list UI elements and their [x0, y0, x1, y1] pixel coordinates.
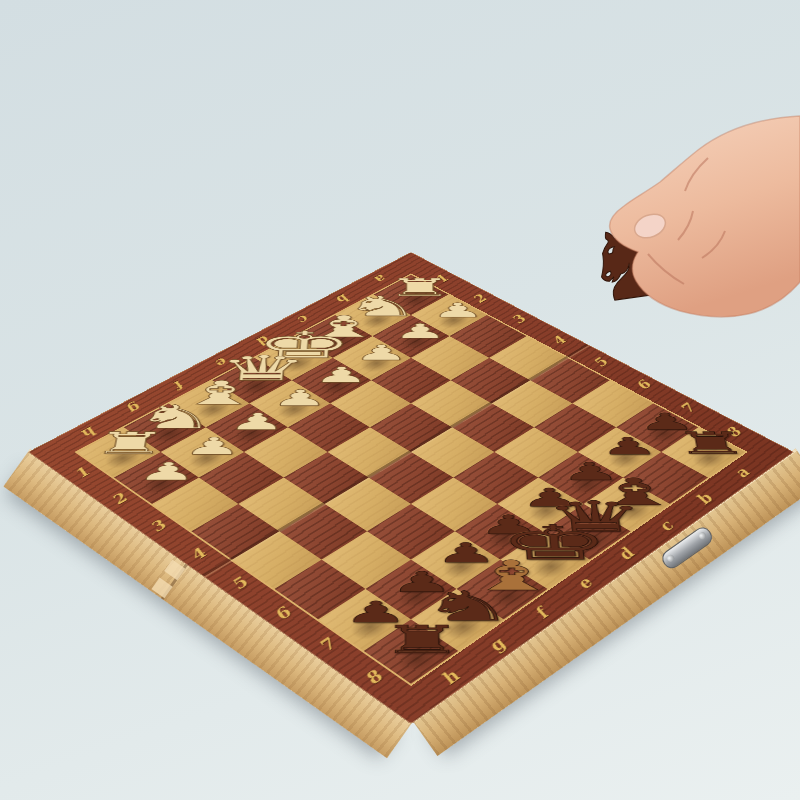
- rank-label-sw-2: 2: [106, 491, 131, 507]
- piece-glyph: ♟: [392, 321, 447, 341]
- rank-label-sw-4: 4: [184, 546, 210, 563]
- piece-glyph: ♟: [135, 460, 199, 485]
- piece-glyph: ♟: [353, 343, 409, 364]
- piece-glyph: ♟: [431, 301, 485, 321]
- piece-glyph: ♟: [226, 411, 286, 434]
- rank-label-ne-6: 6: [630, 378, 654, 392]
- chess-board: 1234567812345678hgfedcbahgfedcba ♜♞♟♝♟♚♟…: [28, 252, 795, 724]
- held-black-knight[interactable]: ♞: [576, 199, 681, 327]
- file-label-se-g: g: [482, 635, 510, 654]
- piece-glyph: ♟: [270, 387, 329, 409]
- file-label-se-f: f: [528, 606, 552, 622]
- rank-label-ne-4: 4: [546, 334, 569, 347]
- thumb-nail: [631, 210, 669, 242]
- skin-creases: [648, 158, 725, 284]
- piece-glyph: ♟: [181, 435, 243, 459]
- rank-label-sw-5: 5: [225, 574, 252, 592]
- file-label-se-a: a: [728, 465, 754, 480]
- piece-glyph: ♟: [312, 365, 369, 387]
- rank-label-sw-3: 3: [144, 518, 169, 535]
- file-label-se-b: b: [690, 491, 716, 507]
- rank-label-sw-7: 7: [312, 635, 340, 654]
- scene: 1234567812345678hgfedcbahgfedcba ♜♞♟♝♟♚♟…: [0, 0, 800, 800]
- rank-label-sw-1: 1: [69, 465, 93, 480]
- file-label-se-d: d: [611, 545, 638, 562]
- piece-glyph: ♜: [379, 621, 465, 659]
- rank-label-sw-8: 8: [358, 667, 387, 687]
- piece-glyph: ♟: [597, 435, 659, 459]
- file-label-se-e: e: [570, 575, 597, 592]
- piece-glyph: ♜: [89, 428, 170, 458]
- clasp-screw: [698, 531, 708, 541]
- piece-glyph: ♜: [671, 428, 752, 458]
- file-label-se-h: h: [435, 667, 464, 687]
- fold-notch: [164, 559, 185, 580]
- rank-label-ne-5: 5: [588, 356, 612, 369]
- rank-label-sw-6: 6: [268, 604, 295, 622]
- clasp-screw: [666, 553, 676, 563]
- hand-silhouette: [610, 116, 800, 317]
- fold-notch: [151, 577, 172, 598]
- file-label-se-c: c: [652, 518, 678, 534]
- rank-label-ne-3: 3: [506, 313, 529, 325]
